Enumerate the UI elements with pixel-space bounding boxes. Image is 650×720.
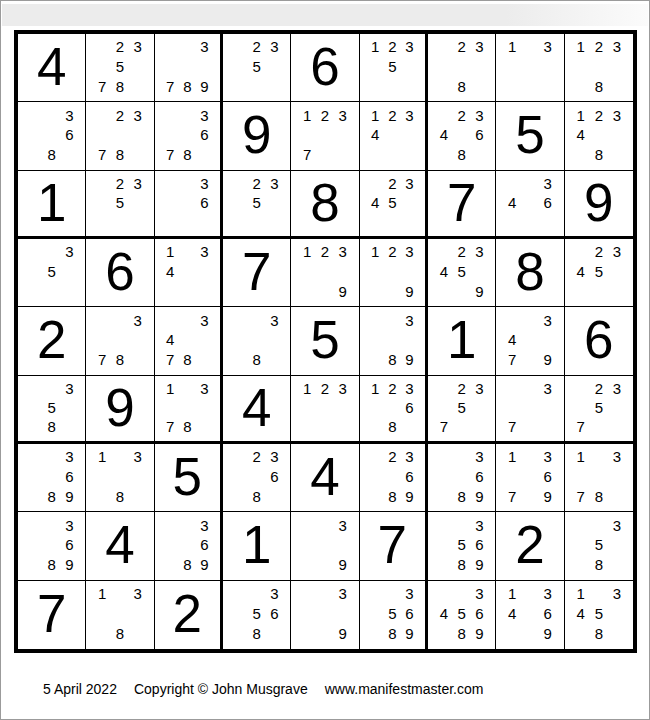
cell-r5c7[interactable]: 1: [428, 307, 496, 375]
cell-r3c1[interactable]: 1: [18, 171, 86, 239]
candidate-digit: 3: [196, 310, 213, 330]
cell-r4c2[interactable]: 6: [86, 239, 154, 307]
candidate-digit: 5: [384, 57, 401, 77]
candidate-digit: 3: [401, 37, 418, 57]
candidate-digit: 5: [111, 193, 129, 212]
cell-r8c3[interactable]: 3689: [155, 512, 223, 580]
cell-r2c9[interactable]: 12348: [565, 102, 633, 170]
candidate-grid: 235: [223, 171, 290, 236]
cell-r4c5[interactable]: 1239: [291, 239, 359, 307]
cell-value: 4: [291, 444, 358, 511]
cell-r1c4[interactable]: 235: [223, 34, 291, 102]
cell-r8c2[interactable]: 4: [86, 512, 154, 580]
candidate-digit: 3: [129, 584, 147, 604]
cell-r8c9[interactable]: 358: [565, 512, 633, 580]
candidate-digit: 7: [93, 350, 111, 370]
candidate-digit: 1: [572, 105, 590, 125]
candidate-digit: 3: [61, 379, 79, 398]
candidate-digit: 8: [384, 487, 401, 507]
candidate-grid: 3789: [155, 34, 220, 101]
candidate-digit: 3: [129, 105, 147, 125]
candidate-digit: 3: [471, 447, 489, 467]
cell-r5c2[interactable]: 378: [86, 307, 154, 375]
cell-r9c9[interactable]: 13458: [565, 581, 633, 649]
cell-r3c5[interactable]: 8: [291, 171, 359, 239]
cell-r7c4[interactable]: 2368: [223, 444, 291, 512]
cell-value: 6: [86, 239, 153, 306]
candidate-grid: 389: [360, 307, 425, 374]
candidate-digit: 3: [334, 379, 352, 398]
candidate-digit: 6: [471, 604, 489, 624]
candidate-digit: 1: [162, 379, 179, 398]
cell-value: 7: [223, 239, 290, 306]
cell-value: 8: [496, 239, 563, 306]
candidate-digit: 7: [162, 350, 179, 370]
candidate-digit: 1: [503, 37, 521, 57]
cell-r9c6[interactable]: 35689: [360, 581, 428, 649]
candidate-grid: 3689: [18, 444, 85, 511]
candidate-grid: 123: [291, 376, 358, 441]
candidate-digit: 9: [539, 487, 557, 507]
cell-value: 5: [291, 307, 358, 374]
cell-value: 4: [223, 376, 290, 441]
cell-r6c1[interactable]: 358: [18, 376, 86, 444]
cell-r2c8[interactable]: 5: [496, 102, 564, 170]
candidate-digit: 5: [384, 193, 401, 212]
candidate-grid: 2357: [428, 376, 495, 441]
cell-r4c9[interactable]: 2345: [565, 239, 633, 307]
candidate-grid: 2378: [86, 102, 153, 169]
candidate-digit: 3: [61, 515, 79, 535]
cell-r8c5[interactable]: 39: [291, 512, 359, 580]
candidate-digit: 3: [266, 310, 284, 330]
candidate-grid: 3568: [223, 581, 290, 649]
candidate-grid: 2368: [223, 444, 290, 511]
candidate-digit: 3: [608, 447, 626, 467]
cell-value: 6: [565, 307, 633, 374]
candidate-digit: 3: [608, 379, 626, 398]
candidate-digit: 9: [334, 624, 352, 644]
candidate-digit: 2: [111, 174, 129, 193]
candidate-digit: 1: [367, 105, 384, 125]
website-link[interactable]: www.manifestmaster.com: [325, 681, 484, 697]
candidate-digit: 6: [539, 467, 557, 487]
candidate-digit: 9: [196, 555, 213, 575]
cell-value: 2: [18, 307, 85, 374]
cell-value: 2: [496, 512, 563, 579]
candidate-digit: 2: [453, 242, 471, 262]
cell-r4c3[interactable]: 134: [155, 239, 223, 307]
candidate-digit: 3: [539, 447, 557, 467]
cell-r3c6[interactable]: 2345: [360, 171, 428, 239]
candidate-digit: 8: [248, 350, 266, 370]
cell-r4c6[interactable]: 1239: [360, 239, 428, 307]
cell-r2c6[interactable]: 1234: [360, 102, 428, 170]
candidate-digit: 2: [453, 105, 471, 125]
cell-r4c4[interactable]: 7: [223, 239, 291, 307]
cell-r1c9[interactable]: 1238: [565, 34, 633, 102]
cell-value: 2: [155, 581, 220, 649]
candidate-digit: 7: [298, 145, 316, 165]
cell-r5c8[interactable]: 3479: [496, 307, 564, 375]
candidate-digit: 3: [539, 379, 557, 398]
candidate-digit: 2: [384, 37, 401, 57]
cell-r3c8[interactable]: 346: [496, 171, 564, 239]
candidate-digit: 3: [401, 584, 418, 604]
candidate-digit: 3: [401, 174, 418, 193]
cell-r3c7[interactable]: 7: [428, 171, 496, 239]
candidate-grid: 3689: [155, 512, 220, 579]
cell-r4c7[interactable]: 23459: [428, 239, 496, 307]
cell-r7c7[interactable]: 3689: [428, 444, 496, 512]
candidate-digit: 3: [61, 242, 79, 262]
cell-r3c3[interactable]: 36: [155, 171, 223, 239]
page: 4235783789235612352381312383682378367891…: [0, 0, 650, 720]
candidate-grid: 23578: [86, 34, 153, 101]
candidate-digit: 9: [401, 282, 418, 302]
candidate-digit: 6: [61, 467, 79, 487]
cell-r6c5[interactable]: 123: [291, 376, 359, 444]
cell-r1c5[interactable]: 6: [291, 34, 359, 102]
candidate-digit: 3: [196, 242, 213, 262]
cell-r2c3[interactable]: 3678: [155, 102, 223, 170]
candidate-digit: 8: [43, 555, 61, 575]
candidate-digit: 3: [196, 515, 213, 535]
candidate-digit: 3: [266, 174, 284, 193]
candidate-grid: 23468: [428, 102, 495, 169]
cell-r5c6[interactable]: 389: [360, 307, 428, 375]
candidate-digit: 2: [590, 37, 608, 57]
candidate-digit: 3: [129, 174, 147, 193]
candidate-digit: 8: [111, 350, 129, 370]
candidate-digit: 3: [196, 174, 213, 193]
candidate-grid: 1234: [360, 102, 425, 169]
candidate-digit: 9: [401, 487, 418, 507]
candidate-digit: 1: [572, 447, 590, 467]
candidate-grid: 12348: [565, 102, 633, 169]
candidate-digit: 6: [539, 193, 557, 212]
cell-r3c2[interactable]: 235: [86, 171, 154, 239]
cell-r6c9[interactable]: 2357: [565, 376, 633, 444]
candidate-grid: 2357: [565, 376, 633, 441]
candidate-digit: 9: [471, 555, 489, 575]
cell-r9c2[interactable]: 138: [86, 581, 154, 649]
page-top-band: [2, 4, 648, 26]
candidate-digit: 7: [162, 417, 179, 436]
candidate-digit: 9: [196, 77, 213, 97]
cell-r9c7[interactable]: 345689: [428, 581, 496, 649]
candidate-digit: 7: [503, 417, 521, 436]
footer: 5 April 2022 Copyright © John Musgrave w…: [43, 681, 483, 697]
candidate-digit: 8: [111, 624, 129, 644]
candidate-digit: 2: [248, 174, 266, 193]
candidate-digit: 3: [608, 242, 626, 262]
candidate-digit: 8: [590, 624, 608, 644]
cell-r7c5[interactable]: 4: [291, 444, 359, 512]
candidate-digit: 3: [129, 37, 147, 57]
candidate-digit: 7: [572, 487, 590, 507]
cell-r7c1[interactable]: 3689: [18, 444, 86, 512]
cell-r6c7[interactable]: 2357: [428, 376, 496, 444]
candidate-digit: 2: [453, 379, 471, 398]
candidate-digit: 8: [179, 77, 196, 97]
cell-value: 6: [291, 34, 358, 101]
candidate-grid: 35: [18, 239, 85, 306]
cell-r2c2[interactable]: 2378: [86, 102, 154, 170]
candidate-digit: 8: [179, 350, 196, 370]
candidate-digit: 5: [248, 604, 266, 624]
candidate-grid: 1237: [291, 102, 358, 169]
candidate-digit: 8: [179, 145, 196, 165]
cell-r2c4[interactable]: 9: [223, 102, 291, 170]
candidate-digit: 4: [572, 125, 590, 145]
candidate-digit: 8: [179, 555, 196, 575]
candidate-digit: 5: [453, 535, 471, 555]
candidate-digit: 2: [384, 379, 401, 398]
candidate-digit: 6: [539, 604, 557, 624]
cell-r4c8[interactable]: 8: [496, 239, 564, 307]
candidate-digit: 3: [334, 515, 352, 535]
candidate-digit: 7: [572, 417, 590, 436]
candidate-digit: 3: [401, 242, 418, 262]
cell-r7c3[interactable]: 5: [155, 444, 223, 512]
candidate-digit: 2: [316, 105, 334, 125]
candidate-digit: 8: [453, 77, 471, 97]
candidate-digit: 3: [401, 310, 418, 330]
candidate-digit: 8: [384, 417, 401, 436]
cell-value: 4: [86, 512, 153, 579]
candidate-digit: 1: [367, 242, 384, 262]
candidate-digit: 3: [471, 242, 489, 262]
candidate-digit: 3: [539, 584, 557, 604]
candidate-digit: 3: [471, 515, 489, 535]
candidate-grid: 13469: [496, 581, 563, 649]
cell-r8c8[interactable]: 2: [496, 512, 564, 580]
cell-r5c5[interactable]: 5: [291, 307, 359, 375]
candidate-digit: 8: [453, 555, 471, 575]
cell-value: 9: [223, 102, 290, 169]
cell-value: 1: [428, 307, 495, 374]
candidate-digit: 1: [93, 584, 111, 604]
candidate-digit: 3: [471, 105, 489, 125]
candidate-digit: 8: [453, 624, 471, 644]
candidate-digit: 8: [384, 350, 401, 370]
cell-value: 7: [360, 512, 425, 579]
candidate-digit: 3: [196, 379, 213, 398]
candidate-digit: 6: [471, 125, 489, 145]
candidate-digit: 8: [111, 487, 129, 507]
cell-value: 7: [18, 581, 85, 649]
candidate-digit: 4: [503, 330, 521, 350]
cell-r8c1[interactable]: 3689: [18, 512, 86, 580]
cell-r7c8[interactable]: 13679: [496, 444, 564, 512]
candidate-digit: 8: [248, 487, 266, 507]
candidate-digit: 3: [129, 447, 147, 467]
candidate-digit: 3: [608, 515, 626, 535]
cell-value: 1: [18, 171, 85, 236]
cell-r3c9[interactable]: 9: [565, 171, 633, 239]
cell-r9c8[interactable]: 13469: [496, 581, 564, 649]
candidate-grid: 235: [223, 34, 290, 101]
copyright-text: Copyright © John Musgrave: [134, 681, 308, 697]
cell-r4c1[interactable]: 35: [18, 239, 86, 307]
cell-r9c1[interactable]: 7: [18, 581, 86, 649]
candidate-digit: 9: [539, 624, 557, 644]
candidate-digit: 7: [93, 145, 111, 165]
cell-r6c2[interactable]: 9: [86, 376, 154, 444]
cell-r2c1[interactable]: 368: [18, 102, 86, 170]
cell-value: 9: [86, 376, 153, 441]
candidate-digit: 2: [590, 105, 608, 125]
candidate-digit: 3: [334, 584, 352, 604]
candidate-digit: 9: [334, 555, 352, 575]
candidate-digit: 2: [590, 242, 608, 262]
cell-r7c6[interactable]: 23689: [360, 444, 428, 512]
cell-r9c3[interactable]: 2: [155, 581, 223, 649]
candidate-digit: 3: [471, 584, 489, 604]
candidate-digit: 1: [572, 37, 590, 57]
candidate-grid: 3678: [155, 102, 220, 169]
cell-r9c4[interactable]: 3568: [223, 581, 291, 649]
candidate-digit: 2: [384, 105, 401, 125]
candidate-grid: 39: [291, 581, 358, 649]
candidate-digit: 5: [384, 604, 401, 624]
candidate-digit: 8: [111, 145, 129, 165]
candidate-digit: 5: [590, 535, 608, 555]
candidate-digit: 6: [266, 467, 284, 487]
cell-r9c5[interactable]: 39: [291, 581, 359, 649]
candidate-digit: 9: [401, 624, 418, 644]
cell-value: 4: [18, 34, 85, 101]
candidate-digit: 6: [471, 535, 489, 555]
candidate-grid: 3478: [155, 307, 220, 374]
cell-value: 9: [565, 171, 633, 236]
candidate-digit: 1: [503, 447, 521, 467]
candidate-grid: 3689: [18, 512, 85, 579]
candidate-digit: 4: [162, 330, 179, 350]
candidate-grid: 2345: [360, 171, 425, 236]
candidate-grid: 3479: [496, 307, 563, 374]
candidate-digit: 2: [384, 242, 401, 262]
candidate-digit: 6: [196, 125, 213, 145]
cell-r2c5[interactable]: 1237: [291, 102, 359, 170]
candidate-grid: 23459: [428, 239, 495, 306]
cell-r6c3[interactable]: 1378: [155, 376, 223, 444]
cell-r5c9[interactable]: 6: [565, 307, 633, 375]
candidate-digit: 5: [43, 262, 61, 282]
candidate-grid: 39: [291, 512, 358, 579]
cell-r1c7[interactable]: 238: [428, 34, 496, 102]
candidate-digit: 1: [93, 447, 111, 467]
candidate-digit: 6: [401, 398, 418, 417]
candidate-digit: 9: [471, 624, 489, 644]
candidate-digit: 6: [196, 193, 213, 212]
candidate-digit: 2: [111, 105, 129, 125]
candidate-digit: 9: [401, 350, 418, 370]
candidate-grid: 35689: [428, 512, 495, 579]
candidate-digit: 2: [384, 447, 401, 467]
cell-r7c9[interactable]: 1378: [565, 444, 633, 512]
candidate-digit: 8: [43, 487, 61, 507]
candidate-digit: 3: [608, 584, 626, 604]
cell-r6c4[interactable]: 4: [223, 376, 291, 444]
cell-r8c7[interactable]: 35689: [428, 512, 496, 580]
candidate-digit: 8: [590, 555, 608, 575]
candidate-digit: 2: [316, 242, 334, 262]
candidate-digit: 3: [196, 37, 213, 57]
candidate-grid: 36: [155, 171, 220, 236]
cell-r6c8[interactable]: 37: [496, 376, 564, 444]
candidate-digit: 9: [61, 555, 79, 575]
cell-r1c6[interactable]: 1235: [360, 34, 428, 102]
candidate-grid: 12368: [360, 376, 425, 441]
candidate-digit: 9: [539, 350, 557, 370]
cell-r1c8[interactable]: 13: [496, 34, 564, 102]
candidate-digit: 5: [590, 398, 608, 417]
cell-r1c1[interactable]: 4: [18, 34, 86, 102]
candidate-digit: 8: [111, 77, 129, 97]
candidate-digit: 3: [266, 584, 284, 604]
cell-r5c3[interactable]: 3478: [155, 307, 223, 375]
cell-value: 7: [428, 171, 495, 236]
candidate-grid: 38: [223, 307, 290, 374]
cell-value: 8: [291, 171, 358, 236]
candidate-digit: 8: [590, 145, 608, 165]
candidate-digit: 3: [539, 37, 557, 57]
candidate-digit: 6: [401, 467, 418, 487]
candidate-digit: 5: [590, 262, 608, 282]
cell-r8c6[interactable]: 7: [360, 512, 428, 580]
cell-r2c7[interactable]: 23468: [428, 102, 496, 170]
candidate-digit: 4: [367, 193, 384, 212]
candidate-digit: 3: [61, 447, 79, 467]
cell-r3c4[interactable]: 235: [223, 171, 291, 239]
cell-r1c2[interactable]: 23578: [86, 34, 154, 102]
candidate-digit: 2: [590, 379, 608, 398]
candidate-digit: 7: [162, 145, 179, 165]
candidate-digit: 4: [435, 604, 453, 624]
cell-r5c1[interactable]: 2: [18, 307, 86, 375]
candidate-grid: 358: [565, 512, 633, 579]
candidate-digit: 6: [61, 535, 79, 555]
cell-r1c3[interactable]: 3789: [155, 34, 223, 102]
candidate-grid: 23689: [360, 444, 425, 511]
candidate-digit: 8: [248, 624, 266, 644]
cell-r5c4[interactable]: 38: [223, 307, 291, 375]
candidate-digit: 1: [298, 105, 316, 125]
cell-r7c2[interactable]: 138: [86, 444, 154, 512]
candidate-digit: 7: [93, 77, 111, 97]
candidate-digit: 1: [298, 242, 316, 262]
candidate-digit: 8: [43, 417, 61, 436]
cell-r8c4[interactable]: 1: [223, 512, 291, 580]
candidate-digit: 2: [248, 447, 266, 467]
candidate-digit: 2: [453, 37, 471, 57]
candidate-grid: 378: [86, 307, 153, 374]
candidate-digit: 3: [334, 105, 352, 125]
puzzle-date: 5 April 2022: [43, 681, 117, 697]
candidate-digit: 1: [162, 242, 179, 262]
cell-r6c6[interactable]: 12368: [360, 376, 428, 444]
candidate-digit: 3: [608, 37, 626, 57]
candidate-digit: 2: [384, 174, 401, 193]
candidate-digit: 3: [266, 37, 284, 57]
candidate-grid: 368: [18, 102, 85, 169]
candidate-digit: 3: [539, 174, 557, 193]
candidate-grid: 13: [496, 34, 563, 101]
candidate-digit: 3: [334, 242, 352, 262]
candidate-digit: 5: [248, 57, 266, 77]
